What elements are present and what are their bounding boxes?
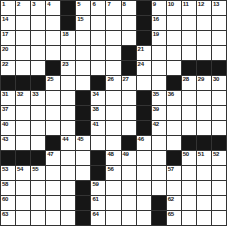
cell-r7c10: [137, 91, 151, 105]
cell-r14c6: [76, 196, 90, 210]
cell-r2c3[interactable]: [31, 16, 45, 30]
cell-r12c5[interactable]: [61, 166, 75, 180]
cell-r15c5[interactable]: [61, 211, 75, 225]
cell-r1c13[interactable]: 11: [182, 1, 196, 15]
clue-number: 32: [17, 91, 23, 98]
cell-r8c4[interactable]: [46, 106, 60, 120]
cell-r4c12[interactable]: [167, 46, 181, 60]
cell-r3c14[interactable]: [197, 31, 211, 45]
cell-r13c9[interactable]: [122, 181, 136, 195]
clue-number: 39: [153, 106, 159, 113]
clue-number: 9: [153, 1, 156, 8]
cell-r2c2[interactable]: [16, 16, 30, 30]
cell-r12c3[interactable]: 55: [31, 166, 45, 180]
cell-r8c3[interactable]: [31, 106, 45, 120]
clue-number: 57: [168, 166, 174, 173]
cell-r3c6[interactable]: [76, 31, 90, 45]
cell-r4c6[interactable]: [76, 46, 90, 60]
clue-number: 8: [123, 1, 126, 8]
clue-number: 24: [138, 61, 144, 68]
clue-number: 31: [2, 91, 8, 98]
clue-number: 41: [92, 121, 98, 128]
cell-r8c6: [76, 106, 90, 120]
cell-r9c13[interactable]: [182, 121, 196, 135]
cell-r2c15[interactable]: [212, 16, 226, 30]
cell-r1c15[interactable]: 13: [212, 1, 226, 15]
cell-r12c7: [91, 166, 105, 180]
clue-number: 44: [62, 136, 68, 143]
cell-r13c11[interactable]: [152, 181, 166, 195]
cell-r6c4[interactable]: 25: [46, 76, 60, 90]
cell-r11c7: [91, 151, 105, 165]
cell-r9c3[interactable]: [31, 121, 45, 135]
clue-number: 54: [17, 166, 23, 173]
cell-r10c7[interactable]: [91, 136, 105, 150]
cell-r7c15[interactable]: [212, 91, 226, 105]
cell-r6c1: [1, 76, 15, 90]
clue-number: 3: [32, 1, 35, 8]
cell-r12c10[interactable]: [137, 166, 151, 180]
cell-r3c13[interactable]: [182, 31, 196, 45]
cell-r4c7[interactable]: [91, 46, 105, 60]
cell-r13c3[interactable]: [31, 181, 45, 195]
cell-r1c8[interactable]: 7: [106, 1, 120, 15]
cell-r2c5: [61, 16, 75, 30]
cell-r13c8[interactable]: [106, 181, 120, 195]
cell-r15c14[interactable]: [197, 211, 211, 225]
clue-number: 55: [32, 166, 38, 173]
cell-r4c1[interactable]: 20: [1, 46, 15, 60]
cell-r2c9[interactable]: [122, 16, 136, 30]
cell-r3c7[interactable]: [91, 31, 105, 45]
cell-r15c13[interactable]: [182, 211, 196, 225]
cell-r1c3[interactable]: 3: [31, 1, 45, 15]
clue-number: 42: [153, 121, 159, 128]
cell-r7c14[interactable]: [197, 91, 211, 105]
crossword-grid: 1234567891011121314151617181920212223242…: [0, 0, 227, 226]
clue-number: 47: [47, 151, 53, 158]
clue-number: 58: [2, 181, 8, 188]
clue-number: 64: [92, 211, 98, 218]
cell-r2c10: [137, 16, 151, 30]
cell-r9c4[interactable]: [46, 121, 60, 135]
cell-r14c13[interactable]: [182, 196, 196, 210]
clue-number: 27: [123, 76, 129, 83]
cell-r9c2[interactable]: [16, 121, 30, 135]
cell-r4c5[interactable]: [61, 46, 75, 60]
cell-r9c15[interactable]: [212, 121, 226, 135]
cell-r14c2[interactable]: [16, 196, 30, 210]
cell-r10c6[interactable]: 45: [76, 136, 90, 150]
cell-r4c13[interactable]: [182, 46, 196, 60]
clue-number: 37: [2, 106, 8, 113]
cell-r5c15: [212, 61, 226, 75]
cell-r10c12[interactable]: [167, 136, 181, 150]
cell-r9c14[interactable]: [197, 121, 211, 135]
cell-r14c9[interactable]: [122, 196, 136, 210]
cell-r14c8[interactable]: [106, 196, 120, 210]
clue-number: 60: [2, 196, 8, 203]
cell-r6c15[interactable]: 30: [212, 76, 226, 90]
cell-r2c14[interactable]: [197, 16, 211, 30]
cell-r15c7[interactable]: 64: [91, 211, 105, 225]
clue-number: 56: [107, 166, 113, 173]
cell-r7c3[interactable]: 33: [31, 91, 45, 105]
cell-r14c5[interactable]: [61, 196, 75, 210]
cell-r9c6: [76, 121, 90, 135]
cell-r12c2[interactable]: 54: [16, 166, 30, 180]
cell-r13c2[interactable]: [16, 181, 30, 195]
cell-r14c14[interactable]: [197, 196, 211, 210]
cell-r11c11[interactable]: [152, 151, 166, 165]
cell-r3c15[interactable]: [212, 31, 226, 45]
cell-r7c12[interactable]: 36: [167, 91, 181, 105]
cell-r4c14[interactable]: [197, 46, 211, 60]
clue-number: 21: [138, 46, 144, 53]
cell-r4c3[interactable]: [31, 46, 45, 60]
cell-r13c13[interactable]: [182, 181, 196, 195]
clue-number: 26: [107, 76, 113, 83]
cell-r5c11[interactable]: [152, 61, 166, 75]
cell-r6c13[interactable]: 28: [182, 76, 196, 90]
cell-r5c4: [46, 61, 60, 75]
cell-r1c6[interactable]: 5: [76, 1, 90, 15]
cell-r10c8[interactable]: [106, 136, 120, 150]
cell-r1c14[interactable]: 12: [197, 1, 211, 15]
cell-r3c9[interactable]: [122, 31, 136, 45]
cell-r6c14[interactable]: 29: [197, 76, 211, 90]
cell-r13c10[interactable]: [137, 181, 151, 195]
cell-r9c10: [137, 121, 151, 135]
cell-r5c13: [182, 61, 196, 75]
cell-r9c5[interactable]: [61, 121, 75, 135]
cell-r7c13[interactable]: [182, 91, 196, 105]
cell-r12c13[interactable]: [182, 166, 196, 180]
clue-number: 49: [123, 151, 129, 158]
cell-r10c2[interactable]: [16, 136, 30, 150]
cell-r9c7[interactable]: 41: [91, 121, 105, 135]
cell-r13c5[interactable]: [61, 181, 75, 195]
cell-r15c8[interactable]: [106, 211, 120, 225]
clue-number: 43: [2, 136, 8, 143]
clue-number: 17: [2, 31, 8, 38]
clue-number: 1: [2, 1, 5, 8]
clue-number: 14: [2, 16, 8, 23]
cell-r5c2[interactable]: [16, 61, 30, 75]
cell-r15c11: [152, 211, 166, 225]
cell-r5c5[interactable]: 23: [61, 61, 75, 75]
cell-r1c5: [61, 1, 75, 15]
clue-number: 61: [92, 196, 98, 203]
cell-r8c11[interactable]: 39: [152, 106, 166, 120]
cell-r4c11[interactable]: [152, 46, 166, 60]
cell-r12c12[interactable]: 57: [167, 166, 181, 180]
cell-r9c11[interactable]: 42: [152, 121, 166, 135]
cell-r14c10[interactable]: [137, 196, 151, 210]
cell-r10c1[interactable]: 43: [1, 136, 15, 150]
cell-r7c9[interactable]: [122, 91, 136, 105]
cell-r7c1[interactable]: 31: [1, 91, 15, 105]
clue-number: 23: [62, 61, 68, 68]
clue-number: 5: [77, 1, 80, 8]
cell-r10c15: [212, 136, 226, 150]
cell-r1c2[interactable]: 2: [16, 1, 30, 15]
clue-number: 13: [213, 1, 219, 8]
clue-number: 19: [153, 31, 159, 38]
clue-number: 48: [107, 151, 113, 158]
cell-r11c10[interactable]: [137, 151, 151, 165]
clue-number: 30: [213, 76, 219, 83]
cell-r8c8[interactable]: [106, 106, 120, 120]
cell-r14c7[interactable]: 61: [91, 196, 105, 210]
cell-r1c9[interactable]: 8: [122, 1, 136, 15]
cell-r14c3[interactable]: [31, 196, 45, 210]
cell-r15c3[interactable]: [31, 211, 45, 225]
cell-r11c14[interactable]: 51: [197, 151, 211, 165]
cell-r13c4[interactable]: [46, 181, 60, 195]
cell-r1c10: [137, 1, 151, 15]
cell-r14c15[interactable]: [212, 196, 226, 210]
cell-r15c15[interactable]: [212, 211, 226, 225]
cell-r2c12[interactable]: [167, 16, 181, 30]
cell-r8c2[interactable]: [16, 106, 30, 120]
cell-r8c13[interactable]: [182, 106, 196, 120]
cell-r12c4[interactable]: [46, 166, 60, 180]
cell-r3c4[interactable]: [46, 31, 60, 45]
cell-r11c15[interactable]: 52: [212, 151, 226, 165]
cell-r1c11[interactable]: 9: [152, 1, 166, 15]
cell-r8c15[interactable]: [212, 106, 226, 120]
cell-r5c8[interactable]: [106, 61, 120, 75]
cell-r10c13: [182, 136, 196, 150]
clue-number: 22: [2, 61, 8, 68]
cell-r9c8[interactable]: [106, 121, 120, 135]
cell-r1c1[interactable]: 1: [1, 1, 15, 15]
clue-number: 20: [2, 46, 8, 53]
cell-r13c6: [76, 181, 90, 195]
clue-number: 40: [2, 121, 8, 128]
cell-r10c10[interactable]: 46: [137, 136, 151, 150]
cell-r13c7[interactable]: 59: [91, 181, 105, 195]
cell-r2c11[interactable]: 16: [152, 16, 166, 30]
cell-r11c1: [1, 151, 15, 165]
clue-number: 45: [77, 136, 83, 143]
cell-r11c12: [167, 151, 181, 165]
cell-r8c10: [137, 106, 151, 120]
cell-r12c15[interactable]: [212, 166, 226, 180]
cell-r13c14[interactable]: [197, 181, 211, 195]
clue-number: 28: [183, 76, 189, 83]
clue-number: 65: [168, 211, 174, 218]
clue-number: 10: [168, 1, 174, 8]
cell-r7c2[interactable]: 32: [16, 91, 30, 105]
cell-r11c13[interactable]: 50: [182, 151, 196, 165]
cell-r10c5[interactable]: 44: [61, 136, 75, 150]
cell-r7c6: [76, 91, 90, 105]
cell-r11c2: [16, 151, 30, 165]
cell-r9c1[interactable]: 40: [1, 121, 15, 135]
clue-number: 11: [183, 1, 189, 8]
clue-number: 63: [2, 211, 8, 218]
cell-r3c5[interactable]: 18: [61, 31, 75, 45]
cell-r5c1[interactable]: 22: [1, 61, 15, 75]
cell-r15c12[interactable]: 65: [167, 211, 181, 225]
cell-r10c14: [197, 136, 211, 150]
cell-r6c11[interactable]: [152, 76, 166, 90]
cell-r7c8[interactable]: [106, 91, 120, 105]
cell-r12c1[interactable]: 53: [1, 166, 15, 180]
clue-number: 36: [168, 91, 174, 98]
cell-r15c1[interactable]: 63: [1, 211, 15, 225]
cell-r11c3: [31, 151, 45, 165]
cell-r2c6[interactable]: 15: [76, 16, 90, 30]
cell-r13c1[interactable]: 58: [1, 181, 15, 195]
cell-r12c6[interactable]: [76, 166, 90, 180]
cell-r4c8[interactable]: [106, 46, 120, 60]
cell-r3c2[interactable]: [16, 31, 30, 45]
cell-r6c10[interactable]: [137, 76, 151, 90]
cell-r11c6[interactable]: [76, 151, 90, 165]
cell-r7c5[interactable]: [61, 91, 75, 105]
clue-number: 34: [92, 91, 98, 98]
cell-r11c8[interactable]: 48: [106, 151, 120, 165]
cell-r6c2: [16, 76, 30, 90]
cell-r6c6[interactable]: [76, 76, 90, 90]
cell-r5c10[interactable]: 24: [137, 61, 151, 75]
cell-r14c1[interactable]: 60: [1, 196, 15, 210]
cell-r11c4[interactable]: 47: [46, 151, 60, 165]
cell-r13c12[interactable]: [167, 181, 181, 195]
cell-r6c5[interactable]: [61, 76, 75, 90]
clue-number: 7: [107, 1, 110, 8]
cell-r3c8[interactable]: [106, 31, 120, 45]
cell-r4c15[interactable]: [212, 46, 226, 60]
cell-r15c2[interactable]: [16, 211, 30, 225]
cell-r5c9: [122, 61, 136, 75]
cell-r3c3[interactable]: [31, 31, 45, 45]
cell-r9c9[interactable]: [122, 121, 136, 135]
cell-r4c2[interactable]: [16, 46, 30, 60]
cell-r15c9[interactable]: [122, 211, 136, 225]
clue-number: 15: [77, 16, 83, 23]
clue-number: 33: [32, 91, 38, 98]
cell-r3c1[interactable]: 17: [1, 31, 15, 45]
clue-number: 18: [62, 31, 68, 38]
cell-r12c14[interactable]: [197, 166, 211, 180]
cell-r5c14: [197, 61, 211, 75]
cell-r10c4: [46, 136, 60, 150]
cell-r11c5[interactable]: [61, 151, 75, 165]
clue-number: 46: [138, 136, 144, 143]
clue-number: 12: [198, 1, 204, 8]
clue-number: 52: [213, 151, 219, 158]
cell-r6c9[interactable]: 27: [122, 76, 136, 90]
cell-r6c8[interactable]: 26: [106, 76, 120, 90]
cell-r6c3: [31, 76, 45, 90]
cell-r10c9: [122, 136, 136, 150]
cell-r3c10: [137, 31, 151, 45]
cell-r14c4[interactable]: [46, 196, 60, 210]
cell-r2c1[interactable]: 14: [1, 16, 15, 30]
cell-r2c8[interactable]: [106, 16, 120, 30]
clue-number: 6: [92, 1, 95, 8]
cell-r8c1[interactable]: 37: [1, 106, 15, 120]
cell-r9c12[interactable]: [167, 121, 181, 135]
cell-r15c4[interactable]: [46, 211, 60, 225]
cell-r1c4[interactable]: 4: [46, 1, 60, 15]
cell-r5c3[interactable]: [31, 61, 45, 75]
cell-r3c11[interactable]: 19: [152, 31, 166, 45]
cell-r14c11: [152, 196, 166, 210]
clue-number: 51: [198, 151, 204, 158]
cell-r4c4[interactable]: [46, 46, 60, 60]
cell-r1c7[interactable]: 6: [91, 1, 105, 15]
cell-r6c7: [91, 76, 105, 90]
cell-r13c15[interactable]: [212, 181, 226, 195]
cell-r7c7[interactable]: 34: [91, 91, 105, 105]
cell-r1c12[interactable]: 10: [167, 1, 181, 15]
clue-number: 50: [183, 151, 189, 158]
cell-r12c11[interactable]: [152, 166, 166, 180]
cell-r11c9[interactable]: 49: [122, 151, 136, 165]
clue-number: 59: [92, 181, 98, 188]
cell-r14c12[interactable]: 62: [167, 196, 181, 210]
cell-r5c6[interactable]: [76, 61, 90, 75]
cell-r15c10[interactable]: [137, 211, 151, 225]
cell-r8c12[interactable]: [167, 106, 181, 120]
clue-number: 4: [47, 1, 50, 8]
cell-r10c3[interactable]: [31, 136, 45, 150]
clue-number: 62: [168, 196, 174, 203]
cell-r6c12: [167, 76, 181, 90]
cell-r7c11[interactable]: 35: [152, 91, 166, 105]
cell-r7c4[interactable]: [46, 91, 60, 105]
cell-r15c6: [76, 211, 90, 225]
clue-number: 16: [153, 16, 159, 23]
cell-r8c14[interactable]: [197, 106, 211, 120]
cell-r8c7[interactable]: 38: [91, 106, 105, 120]
cell-r4c10[interactable]: 21: [137, 46, 151, 60]
clue-number: 2: [17, 1, 20, 8]
clue-number: 29: [198, 76, 204, 83]
clue-number: 35: [153, 91, 159, 98]
cell-r3c12[interactable]: [167, 31, 181, 45]
cell-r5c7[interactable]: [91, 61, 105, 75]
cell-r12c8[interactable]: 56: [106, 166, 120, 180]
clue-number: 53: [2, 166, 8, 173]
cell-r2c7[interactable]: [91, 16, 105, 30]
clue-number: 25: [47, 76, 53, 83]
cell-r5c12[interactable]: [167, 61, 181, 75]
cell-r8c9[interactable]: [122, 106, 136, 120]
cell-r2c4[interactable]: [46, 16, 60, 30]
cell-r12c9[interactable]: [122, 166, 136, 180]
cell-r10c11[interactable]: [152, 136, 166, 150]
cell-r8c5[interactable]: [61, 106, 75, 120]
cell-r4c9: [122, 46, 136, 60]
clue-number: 38: [92, 106, 98, 113]
cell-r2c13[interactable]: [182, 16, 196, 30]
